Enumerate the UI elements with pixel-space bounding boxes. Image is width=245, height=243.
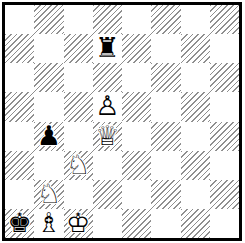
square-e5[interactable]: [122, 92, 151, 121]
square-g4[interactable]: [181, 122, 210, 151]
square-h1[interactable]: [210, 209, 239, 238]
square-b3[interactable]: [34, 151, 63, 180]
square-d4[interactable]: ♛♕: [93, 122, 122, 151]
square-g7[interactable]: [181, 34, 210, 63]
square-h5[interactable]: [210, 92, 239, 121]
square-g3[interactable]: [181, 151, 210, 180]
square-f6[interactable]: [151, 63, 180, 92]
square-g8[interactable]: [181, 5, 210, 34]
square-h8[interactable]: [210, 5, 239, 34]
square-d1[interactable]: [93, 209, 122, 238]
square-d2[interactable]: [93, 180, 122, 209]
piece-white-knight: ♞♘: [66, 151, 90, 178]
square-c8[interactable]: [64, 5, 93, 34]
square-a4[interactable]: [5, 122, 34, 151]
piece-white-queen: ♛♕: [95, 122, 119, 149]
square-g1[interactable]: [181, 209, 210, 238]
square-a8[interactable]: [5, 5, 34, 34]
square-e1[interactable]: [122, 209, 151, 238]
square-c3[interactable]: ♞♘: [64, 151, 93, 180]
square-b6[interactable]: [34, 63, 63, 92]
square-h2[interactable]: [210, 180, 239, 209]
square-b7[interactable]: [34, 34, 63, 63]
square-f8[interactable]: [151, 5, 180, 34]
square-e7[interactable]: [122, 34, 151, 63]
white-bishop-icon: ♗: [37, 209, 61, 236]
square-d5[interactable]: ♟♙: [93, 92, 122, 121]
square-f1[interactable]: [151, 209, 180, 238]
white-knight-icon: ♘: [66, 151, 90, 178]
square-g2[interactable]: [181, 180, 210, 209]
square-f7[interactable]: [151, 34, 180, 63]
square-b4[interactable]: ♟♟: [34, 122, 63, 151]
square-f4[interactable]: [151, 122, 180, 151]
square-e8[interactable]: [122, 5, 151, 34]
square-h7[interactable]: [210, 34, 239, 63]
piece-white-pawn: ♟♙: [95, 92, 119, 119]
square-f2[interactable]: [151, 180, 180, 209]
chess-diagram-page: ♜♜♟♙♟♟♛♕♞♘♞♘♚♚♝♗♚♔: [0, 0, 245, 243]
square-b8[interactable]: [34, 5, 63, 34]
square-b2[interactable]: ♞♘: [34, 180, 63, 209]
square-a7[interactable]: [5, 34, 34, 63]
square-d7[interactable]: ♜♜: [93, 34, 122, 63]
white-knight-icon: ♘: [37, 180, 61, 207]
piece-white-bishop: ♝♗: [37, 209, 61, 236]
square-b1[interactable]: ♝♗: [34, 209, 63, 238]
piece-black-king: ♚♚: [8, 209, 32, 236]
piece-black-rook: ♜♜: [95, 34, 119, 61]
piece-white-knight: ♞♘: [37, 180, 61, 207]
square-c1[interactable]: ♚♔: [64, 209, 93, 238]
square-a3[interactable]: [5, 151, 34, 180]
white-king-icon: ♔: [66, 209, 90, 236]
square-c7[interactable]: [64, 34, 93, 63]
square-c4[interactable]: [64, 122, 93, 151]
piece-white-king: ♚♔: [66, 209, 90, 236]
square-c6[interactable]: [64, 63, 93, 92]
chess-board-frame: ♜♜♟♙♟♟♛♕♞♘♞♘♚♚♝♗♚♔: [2, 2, 242, 241]
black-king-icon: ♚: [8, 209, 32, 236]
square-h3[interactable]: [210, 151, 239, 180]
white-queen-icon: ♕: [95, 122, 119, 149]
square-b5[interactable]: [34, 92, 63, 121]
square-c5[interactable]: [64, 92, 93, 121]
square-f5[interactable]: [151, 92, 180, 121]
square-a2[interactable]: [5, 180, 34, 209]
square-d3[interactable]: [93, 151, 122, 180]
square-h6[interactable]: [210, 63, 239, 92]
piece-black-pawn: ♟♟: [37, 122, 61, 149]
square-c2[interactable]: [64, 180, 93, 209]
square-h4[interactable]: [210, 122, 239, 151]
white-pawn-icon: ♙: [95, 92, 119, 119]
black-pawn-icon: ♟: [37, 122, 61, 149]
square-d6[interactable]: [93, 63, 122, 92]
square-g6[interactable]: [181, 63, 210, 92]
chess-board: ♜♜♟♙♟♟♛♕♞♘♞♘♚♚♝♗♚♔: [5, 5, 239, 238]
black-rook-icon: ♜: [95, 34, 119, 61]
square-e4[interactable]: [122, 122, 151, 151]
square-d8[interactable]: [93, 5, 122, 34]
square-e6[interactable]: [122, 63, 151, 92]
square-f3[interactable]: [151, 151, 180, 180]
square-e2[interactable]: [122, 180, 151, 209]
square-a5[interactable]: [5, 92, 34, 121]
square-a1[interactable]: ♚♚: [5, 209, 34, 238]
square-a6[interactable]: [5, 63, 34, 92]
square-e3[interactable]: [122, 151, 151, 180]
square-g5[interactable]: [181, 92, 210, 121]
